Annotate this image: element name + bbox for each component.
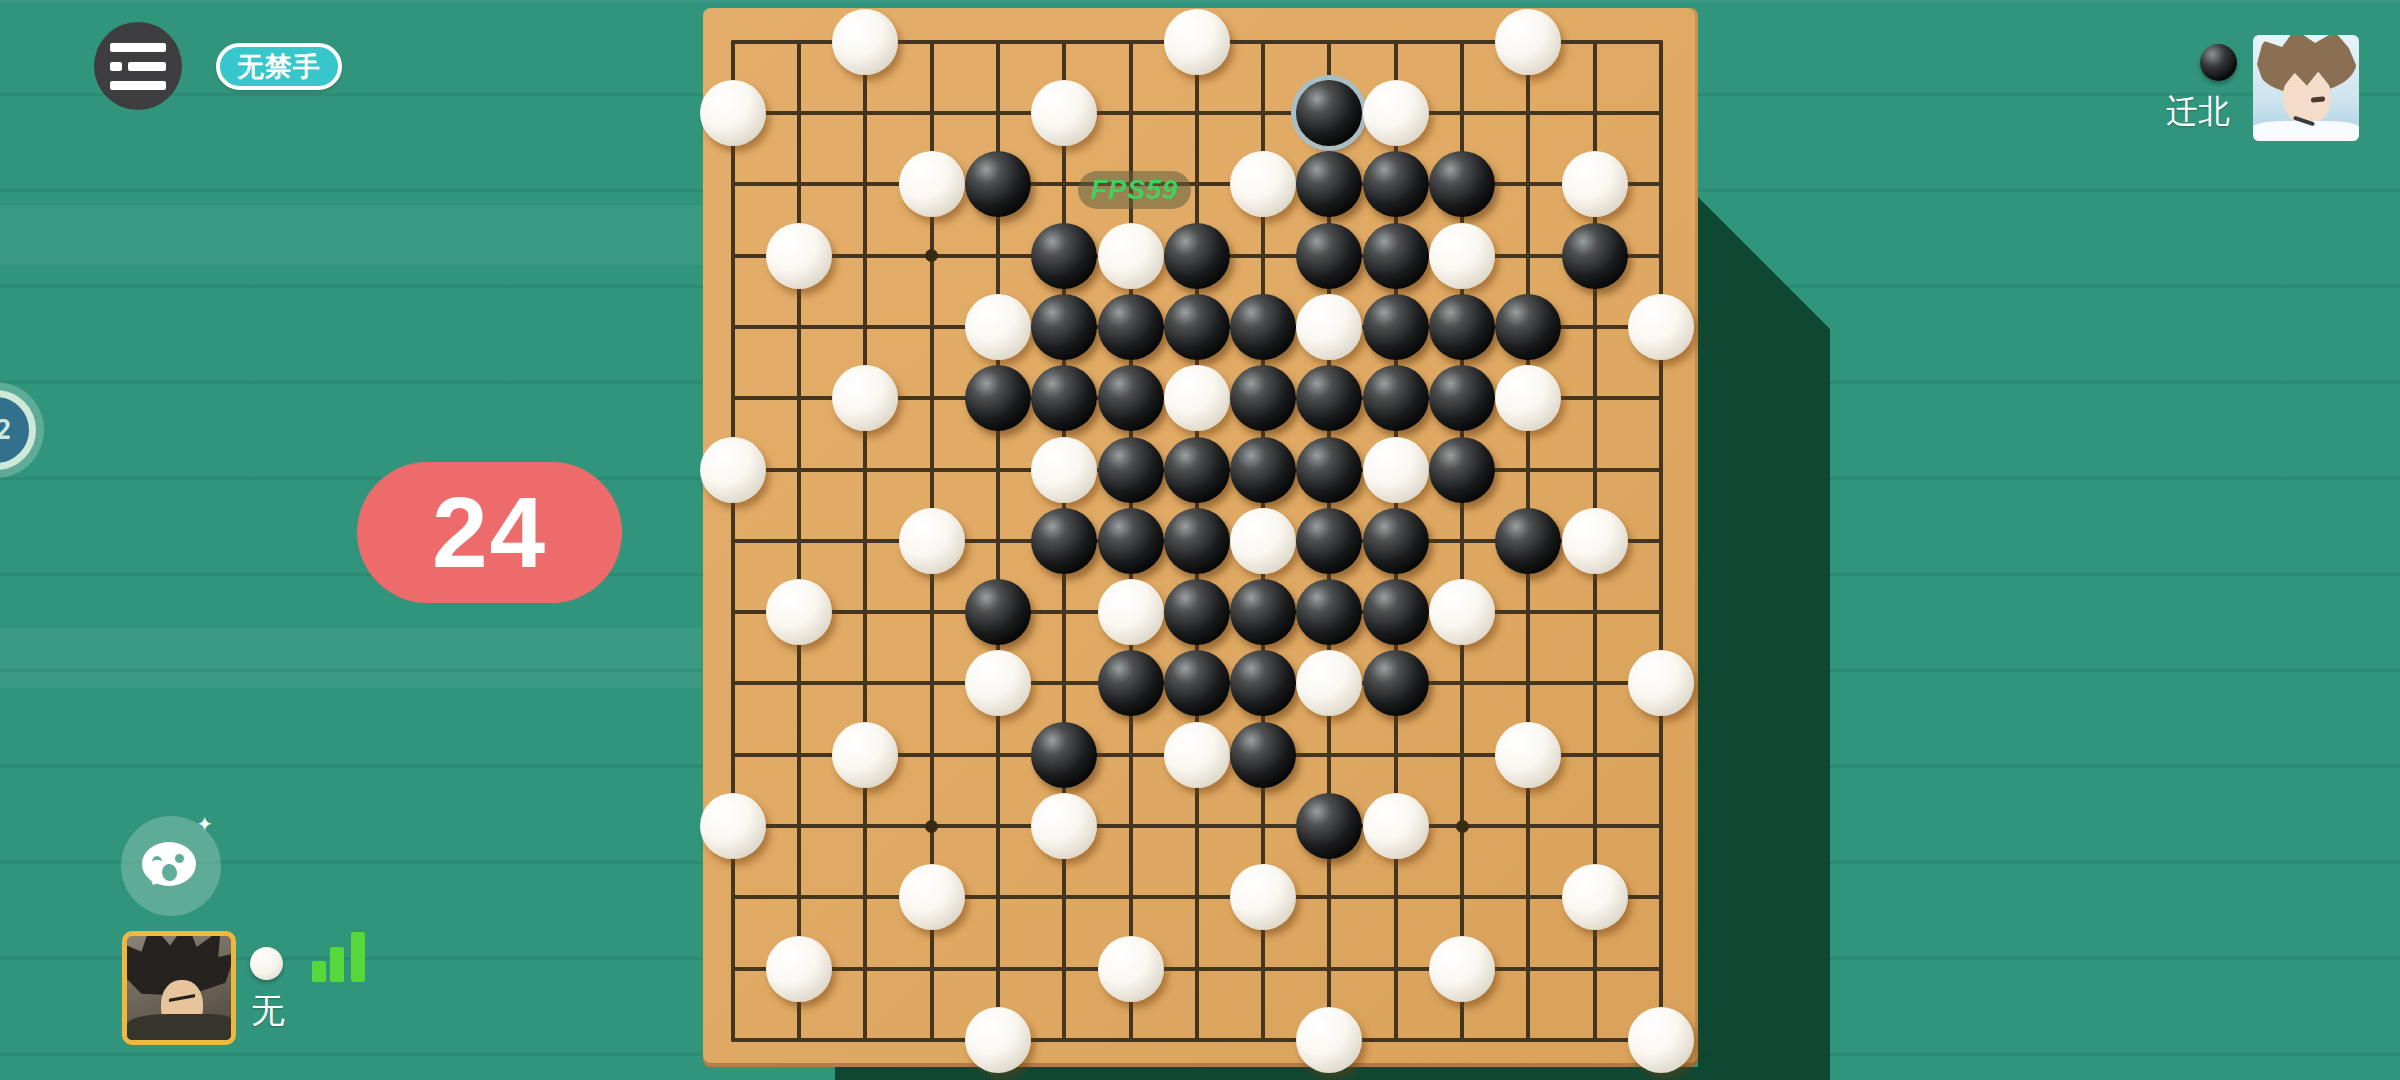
stone-white	[1164, 365, 1230, 431]
stone-black	[1098, 508, 1164, 574]
stone-white	[1429, 223, 1495, 289]
stone-black	[1164, 294, 1230, 360]
stone-black	[1098, 437, 1164, 503]
stone-white	[766, 579, 832, 645]
stone-black	[1495, 294, 1561, 360]
stone-white	[1562, 864, 1628, 930]
stone-black	[1031, 508, 1097, 574]
stone-black	[965, 151, 1031, 217]
grid-line-horizontal	[731, 967, 1663, 971]
stone-white	[1230, 508, 1296, 574]
fps-label: FPS59	[1091, 175, 1179, 206]
stone-white	[1296, 1007, 1362, 1073]
bottom-player-avatar[interactable]	[122, 931, 236, 1045]
stone-black	[1230, 579, 1296, 645]
stone-white	[1495, 722, 1561, 788]
grid-line-horizontal	[731, 824, 1663, 828]
star-point	[1456, 820, 1469, 833]
bottom-player-white-stone-icon	[250, 947, 283, 980]
stone-white	[1562, 151, 1628, 217]
stone-white	[766, 223, 832, 289]
stone-black	[1296, 579, 1362, 645]
move-timer-value: 24	[432, 475, 547, 590]
stone-black	[965, 579, 1031, 645]
stone-white	[899, 508, 965, 574]
stone-black	[965, 365, 1031, 431]
stone-black	[1164, 650, 1230, 716]
stone-black	[1296, 365, 1362, 431]
stone-black	[1098, 650, 1164, 716]
stone-black	[1429, 365, 1495, 431]
stone-white	[1296, 294, 1362, 360]
stone-black	[1031, 365, 1097, 431]
stone-black	[1031, 722, 1097, 788]
stone-white	[1098, 579, 1164, 645]
fps-overlay: FPS59	[1078, 171, 1191, 209]
stone-black	[1296, 508, 1362, 574]
stone-black	[1230, 437, 1296, 503]
stone-white	[899, 864, 965, 930]
stone-white	[965, 294, 1031, 360]
stone-black	[1363, 579, 1429, 645]
game-screen: FPS59 无禁手 22 24 ✦ 无 迁北	[0, 0, 2400, 1080]
side-timer-gauge: 22	[0, 382, 44, 478]
stone-white	[1363, 437, 1429, 503]
stone-white	[1495, 9, 1561, 75]
stone-white	[1098, 223, 1164, 289]
stone-white	[1562, 508, 1628, 574]
stone-white	[1230, 864, 1296, 930]
sparkle-icon: ✦	[196, 812, 213, 836]
stone-white	[832, 722, 898, 788]
chat-emote-icon	[142, 842, 196, 886]
stone-white	[1628, 650, 1694, 716]
stone-black	[1164, 579, 1230, 645]
stone-white	[1031, 793, 1097, 859]
stone-white	[965, 650, 1031, 716]
stone-white	[1429, 936, 1495, 1002]
stone-white	[700, 437, 766, 503]
stone-black	[1164, 508, 1230, 574]
stone-white	[1031, 437, 1097, 503]
stone-white	[1164, 722, 1230, 788]
stone-white	[965, 1007, 1031, 1073]
stone-black	[1230, 365, 1296, 431]
top-player-avatar[interactable]	[2253, 35, 2359, 141]
star-point	[925, 249, 938, 262]
stone-black	[1363, 151, 1429, 217]
stone-black	[1296, 793, 1362, 859]
star-point	[925, 820, 938, 833]
stone-black	[1230, 294, 1296, 360]
stone-black	[1562, 223, 1628, 289]
gauge-value: 22	[0, 415, 14, 445]
stone-black	[1296, 151, 1362, 217]
stone-white	[700, 793, 766, 859]
stone-black	[1363, 365, 1429, 431]
stone-black	[1098, 365, 1164, 431]
chat-button[interactable]: ✦	[121, 816, 221, 916]
stone-black	[1164, 223, 1230, 289]
grid-line-vertical	[1659, 40, 1663, 1042]
stone-white	[1230, 151, 1296, 217]
stone-black	[1363, 508, 1429, 574]
stone-black	[1429, 151, 1495, 217]
stone-white	[1296, 650, 1362, 716]
hamburger-icon	[110, 62, 166, 71]
stone-black	[1363, 650, 1429, 716]
gauge-ring: 22	[0, 390, 36, 470]
stone-white	[1429, 579, 1495, 645]
stone-black	[1363, 294, 1429, 360]
stone-black	[1363, 223, 1429, 289]
stone-white	[1628, 294, 1694, 360]
bottom-player-name: 无	[238, 988, 298, 1034]
stone-white	[766, 936, 832, 1002]
hamburger-icon	[110, 81, 166, 90]
stone-black	[1296, 223, 1362, 289]
stone-white	[1031, 80, 1097, 146]
stone-black	[1296, 80, 1362, 146]
rule-badge: 无禁手	[216, 43, 342, 90]
stone-white	[832, 9, 898, 75]
stone-black	[1031, 223, 1097, 289]
stone-black	[1031, 294, 1097, 360]
move-timer: 24	[357, 462, 622, 603]
stone-black	[1230, 722, 1296, 788]
stone-white	[899, 151, 965, 217]
stone-white	[832, 365, 898, 431]
gomoku-board[interactable]	[703, 8, 1698, 1067]
background-streak	[0, 628, 760, 688]
stone-black	[1230, 650, 1296, 716]
signal-bars-icon	[312, 932, 370, 982]
stone-black	[1429, 294, 1495, 360]
stone-white	[1495, 365, 1561, 431]
stone-black	[1164, 437, 1230, 503]
stone-white	[1363, 793, 1429, 859]
stone-white	[700, 80, 766, 146]
grid-line-horizontal	[731, 895, 1663, 899]
background-streak	[0, 205, 760, 265]
stone-white	[1628, 1007, 1694, 1073]
stone-black	[1429, 437, 1495, 503]
top-player-name: 迁北	[2150, 90, 2246, 134]
stone-white	[1164, 9, 1230, 75]
stone-black	[1296, 437, 1362, 503]
top-player-black-stone-icon	[2200, 44, 2237, 81]
avatar-shoulder	[127, 1014, 231, 1040]
grid-line-horizontal	[731, 1038, 1663, 1042]
stone-black	[1098, 294, 1164, 360]
hamburger-icon	[110, 43, 166, 52]
stone-white	[1098, 936, 1164, 1002]
menu-button[interactable]	[94, 22, 182, 110]
stone-white	[1363, 80, 1429, 146]
stone-black	[1495, 508, 1561, 574]
